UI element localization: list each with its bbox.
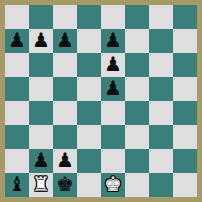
square-d5[interactable]	[77, 77, 101, 101]
square-h4[interactable]	[173, 101, 197, 125]
square-a8[interactable]	[5, 5, 29, 29]
square-a5[interactable]	[5, 77, 29, 101]
square-b8[interactable]	[29, 5, 53, 29]
square-c6[interactable]	[53, 53, 77, 77]
square-e4[interactable]	[101, 101, 125, 125]
square-f1[interactable]	[125, 173, 149, 197]
square-e6[interactable]: ♟	[101, 53, 125, 77]
square-b4[interactable]	[29, 101, 53, 125]
square-d7[interactable]	[77, 29, 101, 53]
square-b3[interactable]	[29, 125, 53, 149]
square-h2[interactable]	[173, 149, 197, 173]
square-a3[interactable]	[5, 125, 29, 149]
square-a1[interactable]: ♝	[5, 173, 29, 197]
square-g2[interactable]	[149, 149, 173, 173]
square-g7[interactable]	[149, 29, 173, 53]
square-h3[interactable]	[173, 125, 197, 149]
square-e1[interactable]: ♚	[101, 173, 125, 197]
square-b7[interactable]: ♟	[29, 29, 53, 53]
square-d4[interactable]	[77, 101, 101, 125]
square-h7[interactable]	[173, 29, 197, 53]
square-f6[interactable]	[125, 53, 149, 77]
square-c2[interactable]: ♟	[53, 149, 77, 173]
square-h6[interactable]	[173, 53, 197, 77]
square-a6[interactable]	[5, 53, 29, 77]
square-d2[interactable]	[77, 149, 101, 173]
square-g6[interactable]	[149, 53, 173, 77]
square-b5[interactable]	[29, 77, 53, 101]
square-a2[interactable]	[5, 149, 29, 173]
square-b2[interactable]: ♟	[29, 149, 53, 173]
square-e7[interactable]: ♟	[101, 29, 125, 53]
piece-black-bishop-a1[interactable]: ♝	[8, 173, 26, 196]
square-e5[interactable]: ♟	[101, 77, 125, 101]
square-c8[interactable]	[53, 5, 77, 29]
piece-white-rook-b1[interactable]: ♜	[32, 173, 50, 196]
piece-black-pawn-a7[interactable]: ♟	[8, 29, 26, 52]
square-c1[interactable]: ♚	[53, 173, 77, 197]
square-f3[interactable]	[125, 125, 149, 149]
chessboard: ♟♟♟♟♟♟♟♟♝♜♚♚	[5, 5, 197, 197]
square-g4[interactable]	[149, 101, 173, 125]
piece-black-pawn-e5[interactable]: ♟	[104, 77, 122, 100]
piece-black-pawn-e7[interactable]: ♟	[104, 29, 122, 52]
square-f7[interactable]	[125, 29, 149, 53]
square-f4[interactable]	[125, 101, 149, 125]
square-a7[interactable]: ♟	[5, 29, 29, 53]
square-h1[interactable]	[173, 173, 197, 197]
piece-black-pawn-c2[interactable]: ♟	[56, 149, 74, 172]
piece-black-pawn-c7[interactable]: ♟	[56, 29, 74, 52]
square-c5[interactable]	[53, 77, 77, 101]
square-d6[interactable]	[77, 53, 101, 77]
square-e2[interactable]	[101, 149, 125, 173]
square-c4[interactable]	[53, 101, 77, 125]
square-g8[interactable]	[149, 5, 173, 29]
piece-black-king-c1[interactable]: ♚	[56, 173, 74, 196]
square-f8[interactable]	[125, 5, 149, 29]
square-a4[interactable]	[5, 101, 29, 125]
piece-black-pawn-b7[interactable]: ♟	[32, 29, 50, 52]
chessboard-frame: ♟♟♟♟♟♟♟♟♝♜♚♚	[0, 0, 202, 202]
square-e3[interactable]	[101, 125, 125, 149]
square-b6[interactable]	[29, 53, 53, 77]
square-c7[interactable]: ♟	[53, 29, 77, 53]
square-e8[interactable]	[101, 5, 125, 29]
square-g1[interactable]	[149, 173, 173, 197]
square-c3[interactable]	[53, 125, 77, 149]
piece-black-pawn-e6[interactable]: ♟	[104, 53, 122, 76]
square-h5[interactable]	[173, 77, 197, 101]
square-h8[interactable]	[173, 5, 197, 29]
piece-black-pawn-b2[interactable]: ♟	[32, 149, 50, 172]
square-g5[interactable]	[149, 77, 173, 101]
square-d1[interactable]	[77, 173, 101, 197]
square-b1[interactable]: ♜	[29, 173, 53, 197]
square-g3[interactable]	[149, 125, 173, 149]
square-f5[interactable]	[125, 77, 149, 101]
square-d8[interactable]	[77, 5, 101, 29]
piece-white-king-e1[interactable]: ♚	[104, 173, 122, 196]
square-f2[interactable]	[125, 149, 149, 173]
square-d3[interactable]	[77, 125, 101, 149]
